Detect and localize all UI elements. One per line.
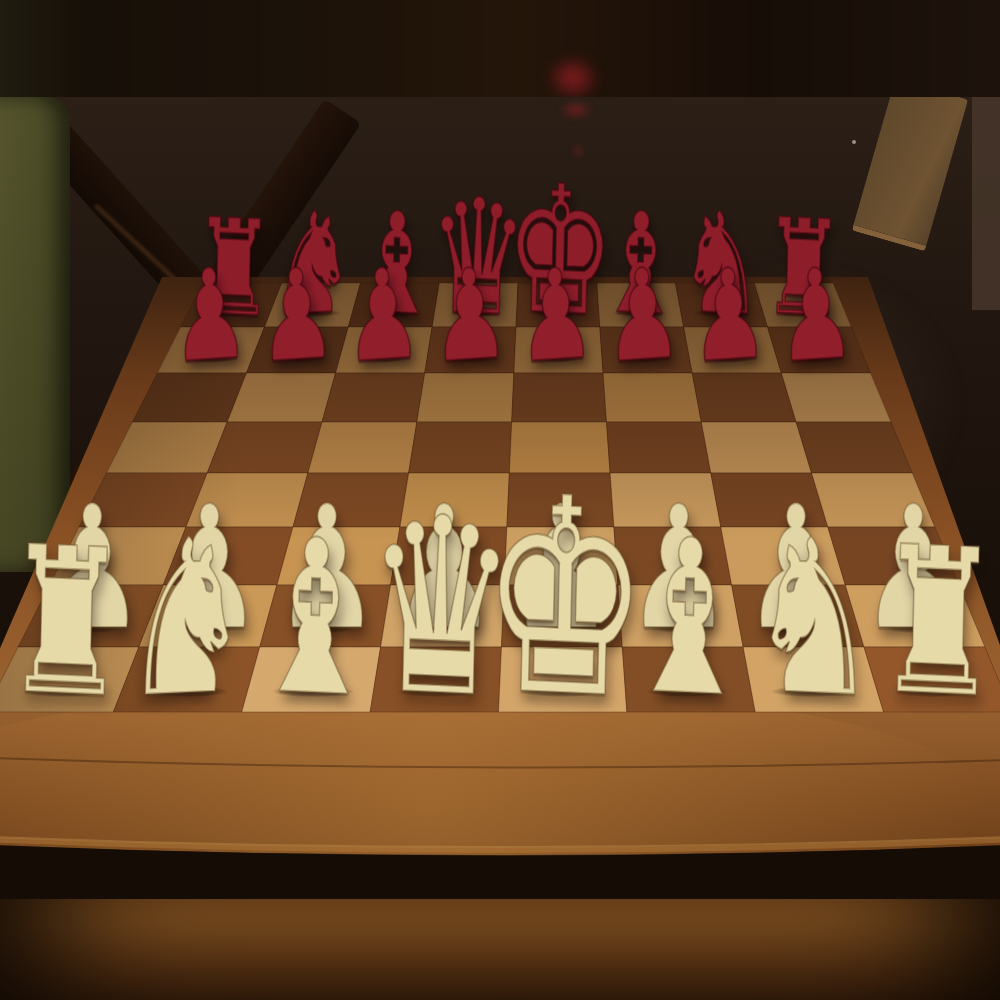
- top-blur-band: [0, 0, 1000, 97]
- photo-chess-scene: ♜♞♝♛♚♝♞♜♟♟♟♟♟♟♟♟♟♟♟♟♟♟♟♟♜♞♝♛♚♝♞♜: [0, 0, 1000, 1000]
- photo-main: ♜♞♝♛♚♝♞♜♟♟♟♟♟♟♟♟♟♟♟♟♟♟♟♟♜♞♝♛♚♝♞♜: [0, 0, 1000, 1000]
- chessboard: [0, 0, 1000, 1000]
- bottom-blur-band: [0, 899, 1000, 1000]
- top-blur-texture: [0, 0, 1000, 97]
- bottom-blur-texture: [0, 899, 1000, 1000]
